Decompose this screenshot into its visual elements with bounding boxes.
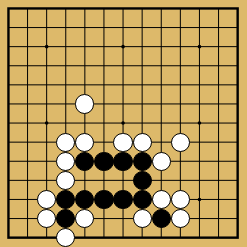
intersection-4-6[interactable] (75, 113, 94, 132)
intersection-11-12[interactable] (209, 228, 228, 247)
intersection-9-4[interactable] (171, 75, 190, 94)
intersection-10-4[interactable] (190, 75, 209, 94)
intersection-8-2[interactable] (152, 37, 171, 56)
intersection-11-6[interactable] (209, 113, 228, 132)
intersection-12-3[interactable] (228, 56, 247, 75)
intersection-11-3[interactable] (209, 56, 228, 75)
intersection-7-10[interactable] (133, 190, 152, 209)
intersection-2-5[interactable] (37, 94, 56, 113)
intersection-9-12[interactable] (171, 228, 190, 247)
intersection-7-5[interactable] (133, 94, 152, 113)
intersection-11-5[interactable] (209, 94, 228, 113)
intersection-9-5[interactable] (171, 94, 190, 113)
intersection-11-1[interactable] (209, 18, 228, 37)
intersection-3-7[interactable] (56, 133, 75, 152)
intersection-3-9[interactable] (56, 171, 75, 190)
intersection-6-1[interactable] (113, 18, 132, 37)
white-stone (56, 171, 75, 190)
intersection-9-7[interactable] (171, 133, 190, 152)
white-stone (75, 94, 94, 113)
intersection-7-7[interactable] (133, 133, 152, 152)
white-stone (56, 152, 75, 171)
intersection-2-1[interactable] (37, 18, 56, 37)
intersection-7-9[interactable] (133, 171, 152, 190)
intersection-6-4[interactable] (113, 75, 132, 94)
intersection-3-4[interactable] (56, 75, 75, 94)
intersection-7-1[interactable] (133, 18, 152, 37)
intersection-1-5[interactable] (18, 94, 37, 113)
intersection-11-8[interactable] (209, 152, 228, 171)
intersection-0-12[interactable] (0, 228, 18, 247)
intersection-12-8[interactable] (228, 152, 247, 171)
intersection-1-1[interactable] (18, 18, 37, 37)
intersection-12-5[interactable] (228, 94, 247, 113)
intersection-10-12[interactable] (190, 228, 209, 247)
intersection-4-8[interactable] (75, 152, 94, 171)
go-board (0, 0, 247, 247)
intersection-8-8[interactable] (152, 152, 171, 171)
intersection-0-5[interactable] (0, 94, 18, 113)
intersection-3-6[interactable] (56, 113, 75, 132)
intersection-11-9[interactable] (209, 171, 228, 190)
intersection-10-5[interactable] (190, 94, 209, 113)
white-stone (133, 133, 152, 152)
black-stone (75, 190, 94, 209)
white-stone (56, 228, 75, 247)
black-stone (113, 152, 132, 171)
intersection-8-3[interactable] (152, 56, 171, 75)
intersection-6-7[interactable] (113, 133, 132, 152)
intersection-8-12[interactable] (152, 228, 171, 247)
white-stone (171, 209, 190, 228)
intersection-12-12[interactable] (228, 228, 247, 247)
intersection-3-5[interactable] (56, 94, 75, 113)
intersection-6-3[interactable] (113, 56, 132, 75)
intersection-9-9[interactable] (171, 171, 190, 190)
intersection-7-4[interactable] (133, 75, 152, 94)
intersection-2-6[interactable] (37, 113, 56, 132)
white-stone (152, 152, 171, 171)
intersection-9-0[interactable] (171, 0, 190, 18)
intersection-5-3[interactable] (94, 56, 113, 75)
intersection-8-11[interactable] (152, 209, 171, 228)
intersection-2-3[interactable] (37, 56, 56, 75)
black-stone (133, 152, 152, 171)
intersection-4-12[interactable] (75, 228, 94, 247)
intersection-2-2[interactable] (37, 37, 56, 56)
intersection-8-1[interactable] (152, 18, 171, 37)
black-stone (94, 152, 113, 171)
intersection-10-2[interactable] (190, 37, 209, 56)
intersection-6-12[interactable] (113, 228, 132, 247)
intersection-5-2[interactable] (94, 37, 113, 56)
intersection-4-9[interactable] (75, 171, 94, 190)
intersection-8-10[interactable] (152, 190, 171, 209)
intersection-4-0[interactable] (75, 0, 94, 18)
intersection-11-11[interactable] (209, 209, 228, 228)
intersection-9-2[interactable] (171, 37, 190, 56)
intersection-5-1[interactable] (94, 18, 113, 37)
intersection-4-3[interactable] (75, 56, 94, 75)
intersection-12-4[interactable] (228, 75, 247, 94)
black-stone (56, 209, 75, 228)
intersection-5-12[interactable] (94, 228, 113, 247)
intersection-3-0[interactable] (56, 0, 75, 18)
intersection-0-11[interactable] (0, 209, 18, 228)
black-stone (113, 190, 132, 209)
intersection-1-0[interactable] (18, 0, 37, 18)
intersection-6-2[interactable] (113, 37, 132, 56)
intersection-11-0[interactable] (209, 0, 228, 18)
intersection-5-4[interactable] (94, 75, 113, 94)
intersection-5-5[interactable] (94, 94, 113, 113)
intersection-10-1[interactable] (190, 18, 209, 37)
intersection-3-11[interactable] (56, 209, 75, 228)
intersection-8-6[interactable] (152, 113, 171, 132)
white-stone (133, 209, 152, 228)
intersection-10-6[interactable] (190, 113, 209, 132)
intersection-10-7[interactable] (190, 133, 209, 152)
intersection-8-9[interactable] (152, 171, 171, 190)
intersection-7-11[interactable] (133, 209, 152, 228)
black-stone (152, 209, 171, 228)
intersection-5-11[interactable] (94, 209, 113, 228)
intersection-9-6[interactable] (171, 113, 190, 132)
black-stone (56, 190, 75, 209)
intersection-12-1[interactable] (228, 18, 247, 37)
intersection-11-10[interactable] (209, 190, 228, 209)
intersection-1-11[interactable] (18, 209, 37, 228)
white-stone (113, 133, 132, 152)
intersection-2-0[interactable] (37, 0, 56, 18)
intersection-5-9[interactable] (94, 171, 113, 190)
intersection-10-8[interactable] (190, 152, 209, 171)
intersection-1-12[interactable] (18, 228, 37, 247)
intersection-2-4[interactable] (37, 75, 56, 94)
intersection-0-10[interactable] (0, 190, 18, 209)
intersection-2-9[interactable] (37, 171, 56, 190)
intersection-3-12[interactable] (56, 228, 75, 247)
intersection-0-0[interactable] (0, 0, 18, 18)
intersection-6-6[interactable] (113, 113, 132, 132)
intersection-5-8[interactable] (94, 152, 113, 171)
intersection-5-10[interactable] (94, 190, 113, 209)
intersection-10-9[interactable] (190, 171, 209, 190)
intersection-6-5[interactable] (113, 94, 132, 113)
intersection-4-5[interactable] (75, 94, 94, 113)
intersection-10-11[interactable] (190, 209, 209, 228)
intersection-1-8[interactable] (18, 152, 37, 171)
intersection-7-12[interactable] (133, 228, 152, 247)
intersection-0-9[interactable] (0, 171, 18, 190)
intersection-12-9[interactable] (228, 171, 247, 190)
intersection-0-6[interactable] (0, 113, 18, 132)
intersection-9-3[interactable] (171, 56, 190, 75)
intersection-1-7[interactable] (18, 133, 37, 152)
intersection-4-7[interactable] (75, 133, 94, 152)
intersection-3-10[interactable] (56, 190, 75, 209)
intersection-10-10[interactable] (190, 190, 209, 209)
intersection-8-7[interactable] (152, 133, 171, 152)
intersection-6-10[interactable] (113, 190, 132, 209)
intersection-7-6[interactable] (133, 113, 152, 132)
intersection-1-9[interactable] (18, 171, 37, 190)
intersection-9-11[interactable] (171, 209, 190, 228)
intersection-4-2[interactable] (75, 37, 94, 56)
intersection-0-8[interactable] (0, 152, 18, 171)
board-intersections (0, 0, 247, 247)
intersection-1-6[interactable] (18, 113, 37, 132)
intersection-0-4[interactable] (0, 75, 18, 94)
intersection-2-12[interactable] (37, 228, 56, 247)
intersection-9-8[interactable] (171, 152, 190, 171)
intersection-8-4[interactable] (152, 75, 171, 94)
intersection-2-7[interactable] (37, 133, 56, 152)
intersection-12-10[interactable] (228, 190, 247, 209)
white-stone (56, 133, 75, 152)
intersection-0-2[interactable] (0, 37, 18, 56)
intersection-5-6[interactable] (94, 113, 113, 132)
intersection-2-10[interactable] (37, 190, 56, 209)
intersection-3-2[interactable] (56, 37, 75, 56)
intersection-0-3[interactable] (0, 56, 18, 75)
intersection-12-0[interactable] (228, 0, 247, 18)
intersection-3-8[interactable] (56, 152, 75, 171)
intersection-4-4[interactable] (75, 75, 94, 94)
white-stone (75, 209, 94, 228)
intersection-9-1[interactable] (171, 18, 190, 37)
intersection-6-0[interactable] (113, 0, 132, 18)
intersection-10-3[interactable] (190, 56, 209, 75)
intersection-6-11[interactable] (113, 209, 132, 228)
intersection-12-6[interactable] (228, 113, 247, 132)
intersection-6-8[interactable] (113, 152, 132, 171)
intersection-4-10[interactable] (75, 190, 94, 209)
intersection-11-2[interactable] (209, 37, 228, 56)
intersection-12-11[interactable] (228, 209, 247, 228)
intersection-8-0[interactable] (152, 0, 171, 18)
intersection-12-2[interactable] (228, 37, 247, 56)
intersection-3-1[interactable] (56, 18, 75, 37)
intersection-5-7[interactable] (94, 133, 113, 152)
intersection-11-4[interactable] (209, 75, 228, 94)
intersection-6-9[interactable] (113, 171, 132, 190)
white-stone (171, 133, 190, 152)
intersection-0-7[interactable] (0, 133, 18, 152)
white-stone (152, 190, 171, 209)
intersection-0-1[interactable] (0, 18, 18, 37)
intersection-7-3[interactable] (133, 56, 152, 75)
intersection-1-3[interactable] (18, 56, 37, 75)
intersection-5-0[interactable] (94, 0, 113, 18)
intersection-2-11[interactable] (37, 209, 56, 228)
intersection-7-8[interactable] (133, 152, 152, 171)
intersection-7-2[interactable] (133, 37, 152, 56)
intersection-4-11[interactable] (75, 209, 94, 228)
intersection-2-8[interactable] (37, 152, 56, 171)
intersection-1-2[interactable] (18, 37, 37, 56)
intersection-7-0[interactable] (133, 0, 152, 18)
intersection-9-10[interactable] (171, 190, 190, 209)
intersection-1-10[interactable] (18, 190, 37, 209)
black-stone (133, 171, 152, 190)
white-stone (37, 190, 56, 209)
black-stone (133, 190, 152, 209)
white-stone (171, 190, 190, 209)
white-stone (75, 133, 94, 152)
intersection-3-3[interactable] (56, 56, 75, 75)
intersection-10-0[interactable] (190, 0, 209, 18)
black-stone (75, 152, 94, 171)
intersection-1-4[interactable] (18, 75, 37, 94)
intersection-4-1[interactable] (75, 18, 94, 37)
white-stone (37, 209, 56, 228)
intersection-12-7[interactable] (228, 133, 247, 152)
black-stone (94, 190, 113, 209)
intersection-11-7[interactable] (209, 133, 228, 152)
intersection-8-5[interactable] (152, 94, 171, 113)
